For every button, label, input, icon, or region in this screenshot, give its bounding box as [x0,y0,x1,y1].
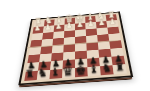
square: ♝ [49,69,62,79]
square: ♞ [37,70,50,80]
square [52,38,64,46]
square [108,33,121,41]
board-perspective-wrapper: ♜♞♝♛♚♝♞♜♟♟♟♟♟♟♟♟♟♟♟♟♟♟♟♟♜♞♝♛♚♝♞♜ [18,11,133,85]
chess-board: ♜♞♝♛♚♝♞♜♟♟♟♟♟♟♟♟♟♟♟♟♟♟♟♟♜♞♝♛♚♝♞♜ [18,11,133,85]
square: ♟ [75,59,87,68]
board-margin: ♜♞♝♛♚♝♞♜♟♟♟♟♟♟♟♟♟♟♟♟♟♟♟♟♜♞♝♛♚♝♞♜ [21,13,131,84]
square: ♟ [50,60,63,69]
square: ♜ [24,71,38,81]
piece-bN: ♞ [100,61,114,75]
board-grid: ♜♞♝♛♚♝♞♜♟♟♟♟♟♟♟♟♟♟♟♟♟♟♟♟♜♞♝♛♚♝♞♜ [24,14,127,81]
square: ♜ [113,64,127,74]
square [63,44,75,52]
product-photo: ♜♞♝♛♚♝♞♜♟♟♟♟♟♟♟♟♟♟♟♟♟♟♟♟♜♞♝♛♚♝♞♜ [0,0,150,91]
square [51,52,63,61]
square [110,48,123,57]
square: ♛ [62,68,75,78]
square: ♞ [100,65,114,75]
square [98,49,111,58]
square [87,50,99,59]
square: ♟ [99,57,112,66]
square: ♝ [87,66,100,76]
square: ♚ [75,67,88,77]
